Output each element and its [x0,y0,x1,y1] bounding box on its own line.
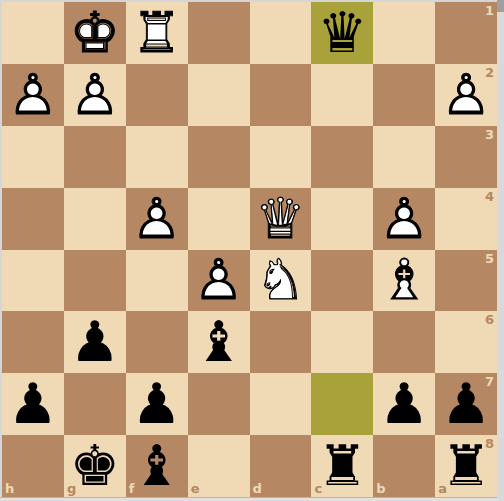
piece-white-pawn-h2[interactable]: ♟♙ [2,64,64,126]
square-e2[interactable] [188,64,250,126]
square-d1[interactable] [250,2,312,64]
piece-black-bishop-f8[interactable]: ♝ [126,435,188,497]
square-c5[interactable] [311,250,373,312]
square-b7[interactable]: ♟ [373,373,435,435]
rank-label-4: 4 [485,190,494,203]
square-h1[interactable] [2,2,64,64]
file-label-d: d [253,482,262,495]
square-d4[interactable]: ♛♕ [250,188,312,250]
square-e4[interactable] [188,188,250,250]
square-b8[interactable]: b [373,435,435,497]
square-f5[interactable] [126,250,188,312]
square-a3[interactable]: 3 [435,126,497,188]
square-f1[interactable]: ♜♖ [126,2,188,64]
square-h8[interactable]: h [2,435,64,497]
square-b5[interactable]: ♝♗ [373,250,435,312]
black-bishop-icon: ♝ [126,435,188,497]
white-pawn-outline-icon: ♙ [435,64,497,126]
square-h7[interactable]: ♟ [2,373,64,435]
square-h3[interactable] [2,126,64,188]
square-b3[interactable] [373,126,435,188]
square-a1[interactable]: 1 [435,2,497,64]
square-d8[interactable]: d [250,435,312,497]
square-c1[interactable]: ♛ [311,2,373,64]
square-f6[interactable] [126,311,188,373]
white-pawn-outline-icon: ♙ [2,64,64,126]
file-label-b: b [376,482,385,495]
black-pawn-icon: ♟ [435,373,497,435]
square-g6[interactable]: ♟ [64,311,126,373]
piece-black-pawn-h7[interactable]: ♟ [2,373,64,435]
piece-black-pawn-a7[interactable]: ♟ [435,373,497,435]
square-e8[interactable]: e [188,435,250,497]
black-pawn-icon: ♟ [64,311,126,373]
square-d7[interactable] [250,373,312,435]
black-pawn-icon: ♟ [2,373,64,435]
square-e6[interactable]: ♝ [188,311,250,373]
square-c4[interactable] [311,188,373,250]
square-g7[interactable] [64,373,126,435]
black-pawn-icon: ♟ [126,373,188,435]
square-a8[interactable]: 8a♜ [435,435,497,497]
black-rook-icon: ♜ [435,435,497,497]
piece-black-bishop-e6[interactable]: ♝ [188,311,250,373]
rank-label-1: 1 [485,4,494,17]
square-c6[interactable] [311,311,373,373]
square-c3[interactable] [311,126,373,188]
square-a4[interactable]: 4 [435,188,497,250]
piece-white-king-g1[interactable]: ♚♔ [64,2,126,64]
square-a2[interactable]: 2♟♙ [435,64,497,126]
square-c8[interactable]: c♜ [311,435,373,497]
white-rook-outline-icon: ♖ [126,2,188,64]
piece-white-pawn-f4[interactable]: ♟♙ [126,188,188,250]
square-b2[interactable] [373,64,435,126]
square-g4[interactable] [64,188,126,250]
piece-white-pawn-e5[interactable]: ♟♙ [188,250,250,312]
piece-black-pawn-g6[interactable]: ♟ [64,311,126,373]
black-rook-icon: ♜ [311,435,373,497]
square-b6[interactable] [373,311,435,373]
screenshot-stage: ♚♔♜♖♛1♟♙♟♙2♟♙3♟♙♛♕♟♙4♟♙♞♘♝♗5♟♝6♟♟♟7♟hg♚f… [0,0,504,501]
square-f4[interactable]: ♟♙ [126,188,188,250]
square-e7[interactable] [188,373,250,435]
white-pawn-outline-icon: ♙ [126,188,188,250]
black-queen-icon: ♛ [311,2,373,64]
square-h2[interactable]: ♟♙ [2,64,64,126]
square-g1[interactable]: ♚♔ [64,2,126,64]
square-a5[interactable]: 5 [435,250,497,312]
square-b1[interactable] [373,2,435,64]
piece-white-pawn-a2[interactable]: ♟♙ [435,64,497,126]
black-bishop-icon: ♝ [188,311,250,373]
white-queen-outline-icon: ♕ [250,188,312,250]
square-h6[interactable] [2,311,64,373]
square-c7[interactable] [311,373,373,435]
square-h4[interactable] [2,188,64,250]
file-label-h: h [5,482,14,495]
vertical-scrollbar[interactable] [497,0,504,501]
square-d5[interactable]: ♞♘ [250,250,312,312]
black-pawn-icon: ♟ [373,373,435,435]
square-c2[interactable] [311,64,373,126]
piece-black-queen-c1[interactable]: ♛ [311,2,373,64]
square-g2[interactable]: ♟♙ [64,64,126,126]
white-king-outline-icon: ♔ [64,2,126,64]
piece-black-pawn-b7[interactable]: ♟ [373,373,435,435]
piece-white-pawn-g2[interactable]: ♟♙ [64,64,126,126]
square-f2[interactable] [126,64,188,126]
square-a7[interactable]: 7♟ [435,373,497,435]
square-e3[interactable] [188,126,250,188]
piece-black-pawn-f7[interactable]: ♟ [126,373,188,435]
square-d6[interactable] [250,311,312,373]
piece-white-queen-d4[interactable]: ♛♕ [250,188,312,250]
black-king-icon: ♚ [64,435,126,497]
square-b4[interactable]: ♟♙ [373,188,435,250]
square-d3[interactable] [250,126,312,188]
piece-white-knight-d5[interactable]: ♞♘ [250,250,312,312]
square-e1[interactable] [188,2,250,64]
square-f7[interactable]: ♟ [126,373,188,435]
piece-white-pawn-b4[interactable]: ♟♙ [373,188,435,250]
white-pawn-outline-icon: ♙ [188,250,250,312]
scrollbar-thumb[interactable] [497,0,504,12]
rank-label-6: 6 [485,313,494,326]
square-f8[interactable]: f♝ [126,435,188,497]
square-g3[interactable] [64,126,126,188]
piece-white-rook-f1[interactable]: ♜♖ [126,2,188,64]
piece-white-bishop-b5[interactable]: ♝♗ [373,250,435,312]
rank-label-5: 5 [485,252,494,265]
rank-label-3: 3 [485,128,494,141]
square-g5[interactable] [64,250,126,312]
white-bishop-outline-icon: ♗ [373,250,435,312]
square-a6[interactable]: 6 [435,311,497,373]
chess-board: ♚♔♜♖♛1♟♙♟♙2♟♙3♟♙♛♕♟♙4♟♙♞♘♝♗5♟♝6♟♟♟7♟hg♚f… [2,2,497,497]
white-pawn-outline-icon: ♙ [373,188,435,250]
white-pawn-outline-icon: ♙ [64,64,126,126]
square-d2[interactable] [250,64,312,126]
square-h5[interactable] [2,250,64,312]
square-g8[interactable]: g♚ [64,435,126,497]
white-knight-outline-icon: ♘ [250,250,312,312]
square-f3[interactable] [126,126,188,188]
square-e5[interactable]: ♟♙ [188,250,250,312]
file-label-e: e [191,482,200,495]
piece-black-king-g8[interactable]: ♚ [64,435,126,497]
piece-black-rook-c8[interactable]: ♜ [311,435,373,497]
piece-black-rook-a8[interactable]: ♜ [435,435,497,497]
